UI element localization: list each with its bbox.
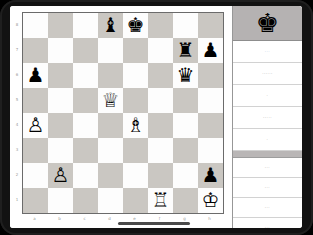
square-a4[interactable]: ♙ bbox=[23, 113, 48, 138]
square-c5[interactable] bbox=[73, 88, 98, 113]
square-f5[interactable] bbox=[148, 88, 173, 113]
square-b1[interactable] bbox=[48, 188, 73, 213]
square-e3[interactable] bbox=[123, 138, 148, 163]
square-g8[interactable] bbox=[173, 13, 198, 38]
board-panel: ♝♚♜♟♟♛♕♙♗♙♟♖♔ 87654321 abcdefgh bbox=[10, 6, 232, 228]
square-a7[interactable] bbox=[23, 38, 48, 63]
square-g1[interactable] bbox=[173, 188, 198, 213]
square-e5[interactable] bbox=[123, 88, 148, 113]
rank-label-7: 7 bbox=[13, 37, 21, 62]
square-a2[interactable] bbox=[23, 163, 48, 188]
square-h7[interactable]: ♟ bbox=[198, 38, 223, 63]
file-label-g: g bbox=[172, 216, 197, 221]
board[interactable]: ♝♚♜♟♟♛♕♙♗♙♟♖♔ bbox=[22, 12, 224, 214]
home-indicator-bar bbox=[118, 222, 190, 225]
square-e7[interactable] bbox=[123, 38, 148, 63]
black-bishop[interactable]: ♝ bbox=[98, 13, 123, 38]
square-b8[interactable] bbox=[48, 13, 73, 38]
square-e1[interactable] bbox=[123, 188, 148, 213]
square-d7[interactable] bbox=[98, 38, 123, 63]
square-f7[interactable] bbox=[148, 38, 173, 63]
rank-label-2: 2 bbox=[13, 162, 21, 187]
square-e8[interactable]: ♚ bbox=[123, 13, 148, 38]
sidebar-row-6[interactable]: ··· bbox=[233, 158, 302, 178]
square-b4[interactable] bbox=[48, 113, 73, 138]
square-d1[interactable] bbox=[98, 188, 123, 213]
black-pawn[interactable]: ♟ bbox=[198, 38, 223, 63]
square-b7[interactable] bbox=[48, 38, 73, 63]
square-f3[interactable] bbox=[148, 138, 173, 163]
square-d6[interactable] bbox=[98, 63, 123, 88]
square-g7[interactable]: ♜ bbox=[173, 38, 198, 63]
file-label-e: e bbox=[122, 216, 147, 221]
square-c4[interactable] bbox=[73, 113, 98, 138]
file-label-d: d bbox=[97, 216, 122, 221]
sidebar: ♚ ···························· bbox=[232, 6, 302, 228]
rank-label-3: 3 bbox=[13, 137, 21, 162]
square-h5[interactable] bbox=[198, 88, 223, 113]
file-label-c: c bbox=[72, 216, 97, 221]
white-queen[interactable]: ♕ bbox=[98, 88, 123, 113]
square-b3[interactable] bbox=[48, 138, 73, 163]
file-label-f: f bbox=[147, 216, 172, 221]
sidebar-row-2[interactable]: · bbox=[233, 85, 302, 107]
square-a1[interactable] bbox=[23, 188, 48, 213]
square-c3[interactable] bbox=[73, 138, 98, 163]
rank-label-8: 8 bbox=[13, 12, 21, 37]
square-d3[interactable] bbox=[98, 138, 123, 163]
sidebar-divider bbox=[233, 151, 302, 158]
square-d5[interactable]: ♕ bbox=[98, 88, 123, 113]
square-b5[interactable] bbox=[48, 88, 73, 113]
square-c6[interactable] bbox=[73, 63, 98, 88]
square-g5[interactable] bbox=[173, 88, 198, 113]
square-d4[interactable] bbox=[98, 113, 123, 138]
sidebar-row-9[interactable]: ··· bbox=[233, 218, 302, 228]
square-c1[interactable] bbox=[73, 188, 98, 213]
square-h1[interactable]: ♔ bbox=[198, 188, 223, 213]
rank-label-5: 5 bbox=[13, 87, 21, 112]
square-b6[interactable] bbox=[48, 63, 73, 88]
square-g2[interactable] bbox=[173, 163, 198, 188]
square-e6[interactable] bbox=[123, 63, 148, 88]
square-d8[interactable]: ♝ bbox=[98, 13, 123, 38]
file-label-b: b bbox=[47, 216, 72, 221]
black-pawn[interactable]: ♟ bbox=[23, 63, 48, 88]
square-f1[interactable]: ♖ bbox=[148, 188, 173, 213]
square-h2[interactable]: ♟ bbox=[198, 163, 223, 188]
sidebar-rows: ···························· bbox=[233, 41, 302, 228]
square-f8[interactable] bbox=[148, 13, 173, 38]
tablet-frame: ♝♚♜♟♟♛♕♙♗♙♟♖♔ 87654321 abcdefgh ♚ ······… bbox=[0, 0, 313, 235]
square-c7[interactable] bbox=[73, 38, 98, 63]
square-g3[interactable] bbox=[173, 138, 198, 163]
square-g4[interactable] bbox=[173, 113, 198, 138]
square-h4[interactable] bbox=[198, 113, 223, 138]
turn-indicator: ♚ bbox=[233, 6, 302, 41]
square-h6[interactable] bbox=[198, 63, 223, 88]
square-a8[interactable] bbox=[23, 13, 48, 38]
white-bishop[interactable]: ♗ bbox=[123, 113, 148, 138]
square-e2[interactable] bbox=[123, 163, 148, 188]
square-h8[interactable] bbox=[198, 13, 223, 38]
black-queen[interactable]: ♛ bbox=[173, 63, 198, 88]
square-a6[interactable]: ♟ bbox=[23, 63, 48, 88]
app-screen: ♝♚♜♟♟♛♕♙♗♙♟♖♔ 87654321 abcdefgh ♚ ······… bbox=[10, 6, 302, 228]
square-e4[interactable]: ♗ bbox=[123, 113, 148, 138]
square-d2[interactable] bbox=[98, 163, 123, 188]
file-label-a: a bbox=[22, 216, 47, 221]
square-b2[interactable]: ♙ bbox=[48, 163, 73, 188]
rank-label-1: 1 bbox=[13, 187, 21, 212]
square-f4[interactable] bbox=[148, 113, 173, 138]
square-h3[interactable] bbox=[198, 138, 223, 163]
square-c8[interactable] bbox=[73, 13, 98, 38]
square-c2[interactable] bbox=[73, 163, 98, 188]
rank-label-6: 6 bbox=[13, 62, 21, 87]
sidebar-row-0[interactable]: ··· bbox=[233, 41, 302, 63]
square-f6[interactable] bbox=[148, 63, 173, 88]
white-pawn[interactable]: ♙ bbox=[23, 113, 48, 138]
square-f2[interactable] bbox=[148, 163, 173, 188]
square-a5[interactable] bbox=[23, 88, 48, 113]
square-g6[interactable]: ♛ bbox=[173, 63, 198, 88]
white-rook[interactable]: ♖ bbox=[148, 188, 173, 213]
white-king[interactable]: ♔ bbox=[198, 188, 223, 213]
sidebar-row-7[interactable]: ··· bbox=[233, 178, 302, 198]
black-pawn[interactable]: ♟ bbox=[198, 163, 223, 188]
black-rook[interactable]: ♜ bbox=[173, 38, 198, 63]
file-label-h: h bbox=[197, 216, 222, 221]
sidebar-row-3[interactable]: ····· bbox=[233, 107, 302, 129]
sidebar-row-1[interactable]: ······ bbox=[233, 63, 302, 85]
black-king[interactable]: ♚ bbox=[123, 13, 148, 38]
rank-label-4: 4 bbox=[13, 112, 21, 137]
sidebar-row-4[interactable]: · bbox=[233, 129, 302, 151]
black-king-icon: ♚ bbox=[256, 10, 279, 36]
square-a3[interactable] bbox=[23, 138, 48, 163]
white-pawn[interactable]: ♙ bbox=[48, 163, 73, 188]
sidebar-row-8[interactable]: ··· bbox=[233, 198, 302, 218]
